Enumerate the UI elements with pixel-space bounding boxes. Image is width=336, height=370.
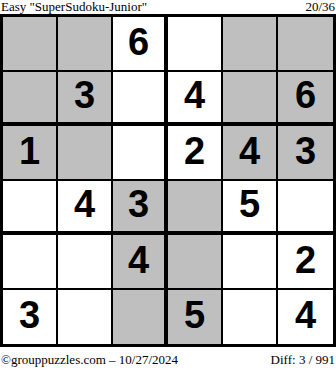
cell-r6c4[interactable]: 5	[168, 290, 223, 345]
board: 6346124343542354	[0, 14, 336, 347]
cell-r1c4[interactable]	[168, 17, 223, 72]
cell-r6c1[interactable]: 3	[3, 290, 58, 345]
cell-r3c5[interactable]: 4	[223, 126, 278, 181]
header: Easy "SuperSudoku-Junior" 20/36	[0, 0, 336, 14]
puzzle-page: Easy "SuperSudoku-Junior" 20/36 63461243…	[0, 0, 336, 370]
footer: ©grouppuzzles.com – 10/27/2024 Diff: 3 /…	[0, 347, 336, 370]
cell-r5c4[interactable]	[168, 235, 223, 290]
cell-r2c1[interactable]	[3, 72, 58, 127]
puzzle-title: Easy "SuperSudoku-Junior"	[1, 0, 147, 13]
cell-r3c3[interactable]	[113, 126, 168, 181]
cell-r5c3[interactable]: 4	[113, 235, 168, 290]
cell-r2c4[interactable]: 4	[168, 72, 223, 127]
cell-counter: 20/36	[305, 0, 335, 13]
cell-r6c3[interactable]	[113, 290, 168, 345]
cell-r2c5[interactable]	[223, 72, 278, 127]
cell-r4c5[interactable]: 5	[223, 181, 278, 236]
cell-r1c3[interactable]: 6	[113, 17, 168, 72]
difficulty-text: Diff: 3 / 991	[271, 353, 335, 366]
cell-r1c5[interactable]	[223, 17, 278, 72]
cell-r4c3[interactable]: 3	[113, 181, 168, 236]
cell-r4c4[interactable]	[168, 181, 223, 236]
cell-r3c4[interactable]: 2	[168, 126, 223, 181]
cell-r1c6[interactable]	[278, 17, 333, 72]
cell-r4c2[interactable]: 4	[58, 181, 113, 236]
cell-r3c2[interactable]	[58, 126, 113, 181]
cell-r3c6[interactable]: 3	[278, 126, 333, 181]
cell-r6c6[interactable]: 4	[278, 290, 333, 345]
cell-r6c5[interactable]	[223, 290, 278, 345]
cell-r5c6[interactable]: 2	[278, 235, 333, 290]
cell-r2c2[interactable]: 3	[58, 72, 113, 127]
cell-r5c5[interactable]	[223, 235, 278, 290]
cell-r4c6[interactable]	[278, 181, 333, 236]
cell-r6c2[interactable]	[58, 290, 113, 345]
cell-r5c2[interactable]	[58, 235, 113, 290]
cell-r1c2[interactable]	[58, 17, 113, 72]
cell-r2c6[interactable]: 6	[278, 72, 333, 127]
cell-r2c3[interactable]	[113, 72, 168, 127]
copyright-text: ©grouppuzzles.com – 10/27/2024	[1, 353, 178, 366]
cell-r1c1[interactable]	[3, 17, 58, 72]
cell-r5c1[interactable]	[3, 235, 58, 290]
cell-r3c1[interactable]: 1	[3, 126, 58, 181]
cell-r4c1[interactable]	[3, 181, 58, 236]
